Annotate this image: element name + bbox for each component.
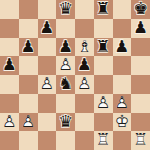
square-a1[interactable] <box>0 131 19 150</box>
square-h6[interactable] <box>131 38 150 57</box>
square-g5[interactable] <box>113 56 132 75</box>
black-pawn: ♟ <box>113 38 132 57</box>
white-bishop: ♝♗ <box>75 38 94 57</box>
square-c2[interactable] <box>38 113 57 132</box>
square-c6[interactable] <box>38 38 57 57</box>
square-e7[interactable] <box>75 19 94 38</box>
black-pawn: ♟ <box>131 19 150 38</box>
white-pawn: ♟♙ <box>94 94 113 113</box>
square-a5[interactable]: ♟ <box>0 56 19 75</box>
square-f5[interactable] <box>94 56 113 75</box>
square-d4[interactable]: ♞ <box>56 75 75 94</box>
square-d1[interactable] <box>56 131 75 150</box>
square-f6[interactable]: ♜ <box>94 38 113 57</box>
white-king: ♚♔ <box>113 113 132 132</box>
square-f3[interactable]: ♟♙ <box>94 94 113 113</box>
black-queen: ♛ <box>56 0 75 19</box>
square-b5[interactable] <box>19 56 38 75</box>
black-knight: ♞ <box>56 75 75 94</box>
square-h5[interactable] <box>131 56 150 75</box>
square-a6[interactable] <box>0 38 19 57</box>
square-d7[interactable] <box>56 19 75 38</box>
black-king: ♚ <box>131 0 150 19</box>
square-b1[interactable] <box>19 131 38 150</box>
square-h3[interactable] <box>131 94 150 113</box>
square-c7[interactable]: ♟ <box>38 19 57 38</box>
square-g1[interactable] <box>113 131 132 150</box>
square-d6[interactable]: ♟ <box>56 38 75 57</box>
square-c1[interactable] <box>38 131 57 150</box>
square-b6[interactable]: ♟ <box>19 38 38 57</box>
square-a4[interactable] <box>0 75 19 94</box>
black-rook: ♜ <box>94 0 113 19</box>
square-e8[interactable] <box>75 0 94 19</box>
square-g3[interactable]: ♟♙ <box>113 94 132 113</box>
square-c5[interactable] <box>38 56 57 75</box>
square-e5[interactable]: ♟ <box>75 56 94 75</box>
white-pawn: ♟♙ <box>0 113 19 132</box>
square-h2[interactable] <box>131 113 150 132</box>
square-d5[interactable]: ♟♙ <box>56 56 75 75</box>
square-b8[interactable] <box>19 0 38 19</box>
white-pawn: ♟♙ <box>113 94 132 113</box>
square-c4[interactable]: ♟♙ <box>38 75 57 94</box>
black-pawn: ♟ <box>0 56 19 75</box>
square-f2[interactable] <box>94 113 113 132</box>
square-g7[interactable] <box>113 19 132 38</box>
square-e3[interactable] <box>75 94 94 113</box>
square-g4[interactable] <box>113 75 132 94</box>
square-b4[interactable] <box>19 75 38 94</box>
square-d2[interactable]: ♛ <box>56 113 75 132</box>
square-f4[interactable] <box>94 75 113 94</box>
square-f1[interactable]: ♜♖ <box>94 131 113 150</box>
black-pawn: ♟ <box>56 38 75 57</box>
square-g6[interactable]: ♟ <box>113 38 132 57</box>
black-pawn: ♟ <box>38 19 57 38</box>
black-queen: ♛ <box>56 113 75 132</box>
square-f7[interactable] <box>94 19 113 38</box>
square-a2[interactable]: ♟♙ <box>0 113 19 132</box>
black-pawn: ♟ <box>19 38 38 57</box>
square-b7[interactable] <box>19 19 38 38</box>
square-e2[interactable] <box>75 113 94 132</box>
square-e6[interactable]: ♝♗ <box>75 38 94 57</box>
chess-board: ♛♜♚♟♟♟♟♝♗♜♟♟♟♙♟♟♙♞♟♙♟♙♟♙♟♙♟♙♛♚♔♜♖♜♖ <box>0 0 150 150</box>
square-g2[interactable]: ♚♔ <box>113 113 132 132</box>
square-h4[interactable] <box>131 75 150 94</box>
white-pawn: ♟♙ <box>19 113 38 132</box>
white-rook: ♜♖ <box>131 131 150 150</box>
square-c3[interactable] <box>38 94 57 113</box>
square-a3[interactable] <box>0 94 19 113</box>
black-rook: ♜ <box>94 38 113 57</box>
white-pawn: ♟♙ <box>56 56 75 75</box>
square-e4[interactable]: ♟♙ <box>75 75 94 94</box>
square-a7[interactable] <box>0 19 19 38</box>
square-e1[interactable] <box>75 131 94 150</box>
white-rook: ♜♖ <box>94 131 113 150</box>
white-pawn: ♟♙ <box>38 75 57 94</box>
square-a8[interactable] <box>0 0 19 19</box>
square-h1[interactable]: ♜♖ <box>131 131 150 150</box>
white-pawn: ♟♙ <box>75 75 94 94</box>
square-d3[interactable] <box>56 94 75 113</box>
square-f8[interactable]: ♜ <box>94 0 113 19</box>
square-g8[interactable] <box>113 0 132 19</box>
square-c8[interactable] <box>38 0 57 19</box>
black-pawn: ♟ <box>75 56 94 75</box>
square-h8[interactable]: ♚ <box>131 0 150 19</box>
square-d8[interactable]: ♛ <box>56 0 75 19</box>
square-h7[interactable]: ♟ <box>131 19 150 38</box>
square-b3[interactable] <box>19 94 38 113</box>
square-b2[interactable]: ♟♙ <box>19 113 38 132</box>
